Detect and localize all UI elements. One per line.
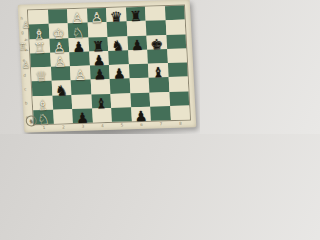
black-rook-f4[interactable]: ♜: [92, 39, 105, 53]
file-label-b: b: [25, 101, 28, 106]
board-square-h8[interactable]: [164, 6, 184, 21]
board-square-f6[interactable]: ♟: [127, 35, 147, 50]
board-square-g1[interactable]: ♗: [29, 24, 49, 39]
board-square-a2[interactable]: [53, 109, 73, 124]
black-pawn-a3[interactable]: ♟: [76, 111, 89, 125]
board-square-b7[interactable]: [149, 92, 169, 107]
board-grid: ♙♙♛♜♗♔♘♖♙♟♜♞♟♚♙♟♕♙♟♟♝♞♗♝♘♟♟: [28, 6, 190, 125]
white-pawn-h3[interactable]: ♙: [71, 11, 84, 25]
black-pawn-f6[interactable]: ♟: [131, 38, 144, 52]
white-king-g2[interactable]: ♔: [52, 26, 65, 40]
board-square-a6[interactable]: ♟: [131, 106, 151, 121]
board-square-d7[interactable]: ♝: [148, 63, 168, 78]
board-square-b6[interactable]: [130, 92, 150, 107]
board-square-g8[interactable]: [165, 20, 185, 35]
white-pawn-f2[interactable]: ♙: [53, 40, 66, 54]
board-square-f3[interactable]: ♟: [68, 37, 88, 52]
board-square-d1[interactable]: ♕: [31, 67, 51, 82]
black-knight-c2[interactable]: ♞: [55, 83, 68, 97]
captured-white-pawn[interactable]: ♙: [22, 60, 31, 69]
board-square-h4[interactable]: ♙: [86, 8, 106, 23]
white-bishop-b1[interactable]: ♗: [36, 98, 49, 112]
board-square-g3[interactable]: ♘: [68, 23, 88, 38]
black-pawn-a6[interactable]: ♟: [134, 109, 147, 123]
black-knight-f5[interactable]: ♞: [111, 38, 124, 52]
board-square-a8[interactable]: [170, 105, 190, 120]
black-pawn-f3[interactable]: ♟: [72, 39, 85, 53]
board-square-h2[interactable]: [47, 9, 67, 24]
board-square-f5[interactable]: ♞: [107, 36, 127, 51]
board-square-h6[interactable]: ♜: [125, 7, 145, 22]
rank-label-8: 8: [179, 121, 182, 126]
board-square-b5[interactable]: [110, 93, 130, 108]
board-square-d6[interactable]: [128, 64, 148, 79]
board-square-f4[interactable]: ♜: [88, 36, 108, 51]
file-label-c: c: [24, 86, 27, 91]
board-square-g7[interactable]: [146, 20, 166, 35]
white-rook-f1[interactable]: ♖: [33, 41, 46, 55]
board-square-b1[interactable]: ♗: [32, 95, 52, 110]
white-knight-a1[interactable]: ♘: [37, 112, 50, 126]
white-bishop-g1[interactable]: ♗: [32, 26, 45, 40]
board-square-d4[interactable]: ♟: [89, 65, 109, 80]
board-square-e4[interactable]: ♟: [89, 51, 109, 66]
photo-scene: 4 · 4 hgfedcba 12345678 ♞ ♙♖♙ ♙♙♛♜♗♔♘♖♙♟…: [0, 0, 200, 134]
board-square-f7[interactable]: ♚: [146, 35, 166, 50]
board-square-h7[interactable]: [145, 6, 165, 21]
black-rook-h6[interactable]: ♜: [129, 9, 142, 23]
board-square-e8[interactable]: [167, 48, 187, 63]
captured-white-pawn[interactable]: ♙: [22, 20, 31, 29]
black-king-f7[interactable]: ♚: [150, 37, 163, 51]
board-square-c8[interactable]: [168, 77, 188, 92]
file-label-g: g: [21, 29, 24, 34]
captured-white-rook[interactable]: ♖: [19, 43, 28, 52]
rank-label-4: 4: [101, 123, 104, 128]
white-queen-d1[interactable]: ♕: [35, 69, 48, 83]
rank-label-7: 7: [159, 121, 162, 126]
black-pawn-d4[interactable]: ♟: [93, 67, 106, 81]
board-square-d8[interactable]: [167, 62, 187, 77]
board-square-b4[interactable]: ♝: [91, 93, 111, 108]
board-square-f2[interactable]: ♙: [49, 38, 69, 53]
board-square-d5[interactable]: ♟: [109, 64, 129, 79]
black-queen-h5[interactable]: ♛: [110, 10, 123, 24]
file-label-d: d: [23, 72, 26, 77]
board-square-a3[interactable]: ♟: [72, 108, 92, 123]
board-square-c6[interactable]: [129, 78, 149, 93]
white-pawn-h4[interactable]: ♙: [90, 10, 103, 24]
board-square-e2[interactable]: ♙: [50, 52, 70, 67]
black-pawn-d5[interactable]: ♟: [113, 67, 126, 81]
board-square-g2[interactable]: ♔: [48, 23, 68, 38]
black-bishop-b4[interactable]: ♝: [95, 96, 108, 110]
rank-label-5: 5: [120, 123, 123, 128]
board-square-c2[interactable]: ♞: [51, 80, 71, 95]
white-pawn-e2[interactable]: ♙: [53, 54, 66, 68]
board-square-h5[interactable]: ♛: [106, 7, 126, 22]
chess-board: 4 · 4 hgfedcba 12345678 ♞ ♙♖♙ ♙♙♛♜♗♔♘♖♙♟…: [18, 0, 197, 133]
rank-label-2: 2: [62, 124, 65, 129]
white-knight-g3[interactable]: ♘: [71, 25, 84, 39]
board-square-a5[interactable]: [111, 107, 131, 122]
white-pawn-d3[interactable]: ♙: [74, 68, 87, 82]
board-square-f8[interactable]: [166, 34, 186, 49]
board-square-b3[interactable]: [71, 94, 91, 109]
board-square-h3[interactable]: ♙: [67, 9, 87, 24]
board-square-b8[interactable]: [169, 91, 189, 106]
board-square-f1[interactable]: ♖: [29, 38, 49, 53]
board-square-h1[interactable]: [28, 10, 48, 25]
board-square-a7[interactable]: [150, 106, 170, 121]
black-pawn-e4[interactable]: ♟: [92, 53, 105, 67]
board-square-d3[interactable]: ♙: [70, 66, 90, 81]
black-bishop-d7[interactable]: ♝: [152, 65, 165, 79]
